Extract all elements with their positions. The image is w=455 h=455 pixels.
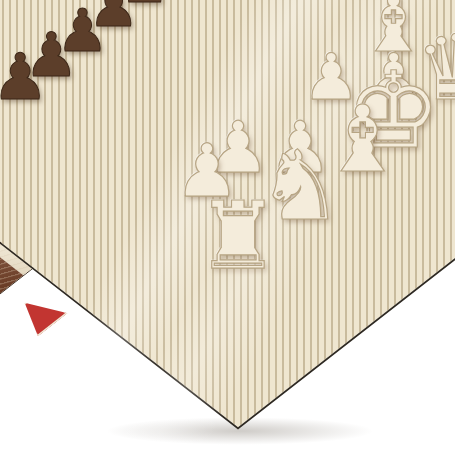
pieces-layer: ♟♟♟♟♟♝♛♟♚♟♝♟♟♞♟♜ xyxy=(0,0,455,455)
white-rook-piece[interactable]: ♜ xyxy=(196,190,279,283)
chessboard-scene: ✳ ✳ ✳ ✳ ✳ ✳ ♟♟♟♟♟♝♛♟♚♟♝♟♟♞♟♜ xyxy=(0,0,455,455)
dark-pawn-piece[interactable]: ♟ xyxy=(0,45,49,109)
